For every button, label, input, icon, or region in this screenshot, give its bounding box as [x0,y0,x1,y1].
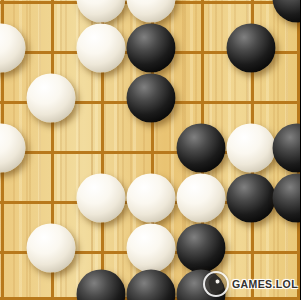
stone-black[interactable] [127,270,176,300]
stone-white[interactable] [77,174,126,223]
stone-white[interactable] [27,224,76,273]
go-board[interactable]: GAMES.LOL [0,0,300,300]
stone-white[interactable] [127,174,176,223]
stone-black[interactable] [77,270,126,300]
stone-white[interactable] [77,0,126,23]
stone-black[interactable] [177,224,226,273]
stone-black[interactable] [177,124,226,173]
stone-white[interactable] [127,224,176,273]
stone-white[interactable] [77,24,126,73]
stone-white[interactable] [0,124,26,173]
stone-white[interactable] [227,124,276,173]
stone-white[interactable] [127,0,176,23]
games-lol-watermark: GAMES.LOL [203,271,299,297]
stone-black[interactable] [273,174,301,223]
stone-white[interactable] [27,74,76,123]
stone-black[interactable] [127,74,176,123]
stone-black[interactable] [227,24,276,73]
stone-black[interactable] [127,24,176,73]
stone-black[interactable] [227,174,276,223]
watermark-label: GAMES.LOL [232,278,299,290]
stone-black[interactable] [273,0,301,23]
stone-white[interactable] [177,174,226,223]
stone-white[interactable] [0,24,26,73]
ghost-logo-icon [203,271,229,297]
stone-black[interactable] [273,124,301,173]
